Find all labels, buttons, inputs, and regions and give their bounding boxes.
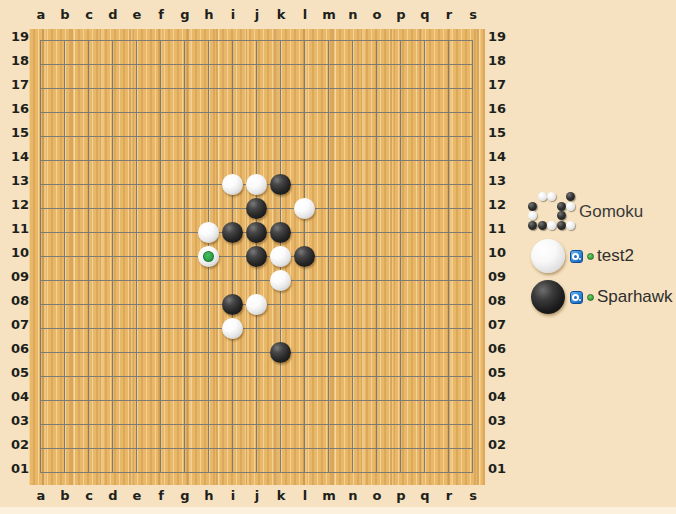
intersection-q4[interactable] [413, 389, 437, 413]
intersection-o12[interactable] [365, 197, 389, 221]
intersection-p18[interactable] [389, 53, 413, 77]
intersection-b7[interactable] [53, 317, 77, 341]
intersection-e5[interactable] [125, 365, 149, 389]
intersection-o1[interactable] [365, 461, 389, 485]
intersection-r14[interactable] [437, 149, 461, 173]
intersection-a17[interactable] [29, 77, 53, 101]
intersection-i6[interactable] [221, 341, 245, 365]
intersection-q16[interactable] [413, 101, 437, 125]
intersection-h15[interactable] [197, 125, 221, 149]
intersection-d10[interactable] [101, 245, 125, 269]
intersection-n11[interactable] [341, 221, 365, 245]
intersection-j17[interactable] [245, 77, 269, 101]
intersection-o18[interactable] [365, 53, 389, 77]
intersection-i10[interactable] [221, 245, 245, 269]
intersection-i9[interactable] [221, 269, 245, 293]
intersection-o13[interactable] [365, 173, 389, 197]
intersection-g10[interactable] [173, 245, 197, 269]
intersection-s13[interactable] [461, 173, 485, 197]
intersection-h13[interactable] [197, 173, 221, 197]
intersection-m1[interactable] [317, 461, 341, 485]
intersection-h5[interactable] [197, 365, 221, 389]
intersection-m8[interactable] [317, 293, 341, 317]
intersection-o17[interactable] [365, 77, 389, 101]
intersection-k13[interactable] [269, 173, 293, 197]
intersection-q19[interactable] [413, 29, 437, 53]
intersection-h11[interactable] [197, 221, 221, 245]
intersection-q6[interactable] [413, 341, 437, 365]
intersection-m19[interactable] [317, 29, 341, 53]
intersection-k1[interactable] [269, 461, 293, 485]
intersection-n13[interactable] [341, 173, 365, 197]
intersection-m2[interactable] [317, 437, 341, 461]
intersection-c16[interactable] [77, 101, 101, 125]
intersection-h6[interactable] [197, 341, 221, 365]
intersection-s2[interactable] [461, 437, 485, 461]
intersection-o6[interactable] [365, 341, 389, 365]
intersection-m9[interactable] [317, 269, 341, 293]
intersection-b14[interactable] [53, 149, 77, 173]
intersection-o14[interactable] [365, 149, 389, 173]
intersection-b6[interactable] [53, 341, 77, 365]
intersection-h16[interactable] [197, 101, 221, 125]
intersection-h17[interactable] [197, 77, 221, 101]
intersection-q14[interactable] [413, 149, 437, 173]
intersection-r19[interactable] [437, 29, 461, 53]
intersection-d12[interactable] [101, 197, 125, 221]
intersection-j19[interactable] [245, 29, 269, 53]
intersection-n17[interactable] [341, 77, 365, 101]
intersection-q5[interactable] [413, 365, 437, 389]
intersection-r8[interactable] [437, 293, 461, 317]
intersection-f12[interactable] [149, 197, 173, 221]
intersection-e7[interactable] [125, 317, 149, 341]
intersection-a8[interactable] [29, 293, 53, 317]
intersection-r7[interactable] [437, 317, 461, 341]
intersection-l16[interactable] [293, 101, 317, 125]
intersection-g8[interactable] [173, 293, 197, 317]
intersection-c7[interactable] [77, 317, 101, 341]
intersection-b17[interactable] [53, 77, 77, 101]
intersection-b12[interactable] [53, 197, 77, 221]
intersection-a19[interactable] [29, 29, 53, 53]
intersection-k16[interactable] [269, 101, 293, 125]
intersection-f17[interactable] [149, 77, 173, 101]
intersection-p5[interactable] [389, 365, 413, 389]
intersection-i5[interactable] [221, 365, 245, 389]
intersection-h4[interactable] [197, 389, 221, 413]
intersection-j14[interactable] [245, 149, 269, 173]
intersection-r2[interactable] [437, 437, 461, 461]
intersection-l9[interactable] [293, 269, 317, 293]
intersection-q12[interactable] [413, 197, 437, 221]
intersection-k6[interactable] [269, 341, 293, 365]
intersection-e12[interactable] [125, 197, 149, 221]
intersection-j16[interactable] [245, 101, 269, 125]
intersection-q3[interactable] [413, 413, 437, 437]
intersection-p10[interactable] [389, 245, 413, 269]
intersection-c8[interactable] [77, 293, 101, 317]
intersection-q18[interactable] [413, 53, 437, 77]
intersection-i7[interactable] [221, 317, 245, 341]
intersection-f6[interactable] [149, 341, 173, 365]
intersection-b10[interactable] [53, 245, 77, 269]
intersection-c18[interactable] [77, 53, 101, 77]
intersection-b15[interactable] [53, 125, 77, 149]
intersection-k8[interactable] [269, 293, 293, 317]
intersection-l18[interactable] [293, 53, 317, 77]
intersection-p2[interactable] [389, 437, 413, 461]
intersection-l14[interactable] [293, 149, 317, 173]
intersection-m5[interactable] [317, 365, 341, 389]
intersection-o11[interactable] [365, 221, 389, 245]
intersection-m4[interactable] [317, 389, 341, 413]
intersection-c3[interactable] [77, 413, 101, 437]
intersection-i2[interactable] [221, 437, 245, 461]
intersection-c5[interactable] [77, 365, 101, 389]
intersection-l1[interactable] [293, 461, 317, 485]
intersection-f1[interactable] [149, 461, 173, 485]
intersection-h2[interactable] [197, 437, 221, 461]
intersection-l8[interactable] [293, 293, 317, 317]
intersection-o19[interactable] [365, 29, 389, 53]
intersection-q2[interactable] [413, 437, 437, 461]
intersection-r12[interactable] [437, 197, 461, 221]
intersection-q8[interactable] [413, 293, 437, 317]
intersection-k3[interactable] [269, 413, 293, 437]
intersection-d15[interactable] [101, 125, 125, 149]
intersection-s14[interactable] [461, 149, 485, 173]
intersection-d14[interactable] [101, 149, 125, 173]
intersection-e17[interactable] [125, 77, 149, 101]
intersection-k17[interactable] [269, 77, 293, 101]
intersection-q10[interactable] [413, 245, 437, 269]
intersection-q7[interactable] [413, 317, 437, 341]
intersection-g13[interactable] [173, 173, 197, 197]
intersection-a6[interactable] [29, 341, 53, 365]
intersection-s10[interactable] [461, 245, 485, 269]
intersection-f16[interactable] [149, 101, 173, 125]
player-name[interactable]: test2 [597, 246, 634, 266]
intersection-f11[interactable] [149, 221, 173, 245]
intersection-k12[interactable] [269, 197, 293, 221]
intersection-j15[interactable] [245, 125, 269, 149]
intersection-e6[interactable] [125, 341, 149, 365]
intersection-m16[interactable] [317, 101, 341, 125]
intersection-d13[interactable] [101, 173, 125, 197]
intersection-c17[interactable] [77, 77, 101, 101]
intersection-d3[interactable] [101, 413, 125, 437]
intersection-b11[interactable] [53, 221, 77, 245]
intersection-g2[interactable] [173, 437, 197, 461]
intersection-m13[interactable] [317, 173, 341, 197]
intersection-j13[interactable] [245, 173, 269, 197]
intersection-k19[interactable] [269, 29, 293, 53]
intersection-g12[interactable] [173, 197, 197, 221]
intersection-s4[interactable] [461, 389, 485, 413]
intersection-e2[interactable] [125, 437, 149, 461]
intersection-r3[interactable] [437, 413, 461, 437]
intersection-g11[interactable] [173, 221, 197, 245]
intersection-n16[interactable] [341, 101, 365, 125]
intersection-c19[interactable] [77, 29, 101, 53]
intersection-f7[interactable] [149, 317, 173, 341]
intersection-f5[interactable] [149, 365, 173, 389]
intersection-b3[interactable] [53, 413, 77, 437]
intersection-l17[interactable] [293, 77, 317, 101]
intersection-i1[interactable] [221, 461, 245, 485]
intersection-k5[interactable] [269, 365, 293, 389]
intersection-h7[interactable] [197, 317, 221, 341]
intersection-r6[interactable] [437, 341, 461, 365]
intersection-e11[interactable] [125, 221, 149, 245]
intersection-b4[interactable] [53, 389, 77, 413]
intersection-j8[interactable] [245, 293, 269, 317]
intersection-o9[interactable] [365, 269, 389, 293]
intersection-g5[interactable] [173, 365, 197, 389]
intersection-c4[interactable] [77, 389, 101, 413]
intersection-p12[interactable] [389, 197, 413, 221]
intersection-s15[interactable] [461, 125, 485, 149]
intersection-d11[interactable] [101, 221, 125, 245]
intersection-e3[interactable] [125, 413, 149, 437]
intersection-d4[interactable] [101, 389, 125, 413]
intersection-o4[interactable] [365, 389, 389, 413]
intersection-c2[interactable] [77, 437, 101, 461]
intersection-k14[interactable] [269, 149, 293, 173]
intersection-f3[interactable] [149, 413, 173, 437]
intersection-d18[interactable] [101, 53, 125, 77]
intersection-e15[interactable] [125, 125, 149, 149]
intersection-s12[interactable] [461, 197, 485, 221]
intersection-s6[interactable] [461, 341, 485, 365]
intersection-o5[interactable] [365, 365, 389, 389]
intersection-d7[interactable] [101, 317, 125, 341]
intersection-g9[interactable] [173, 269, 197, 293]
intersection-g14[interactable] [173, 149, 197, 173]
intersection-b19[interactable] [53, 29, 77, 53]
intersection-c1[interactable] [77, 461, 101, 485]
intersection-k2[interactable] [269, 437, 293, 461]
intersection-q13[interactable] [413, 173, 437, 197]
intersection-p11[interactable] [389, 221, 413, 245]
intersection-a4[interactable] [29, 389, 53, 413]
intersection-n5[interactable] [341, 365, 365, 389]
intersection-e14[interactable] [125, 149, 149, 173]
intersection-m18[interactable] [317, 53, 341, 77]
intersection-g3[interactable] [173, 413, 197, 437]
intersection-o15[interactable] [365, 125, 389, 149]
intersection-e18[interactable] [125, 53, 149, 77]
intersection-m10[interactable] [317, 245, 341, 269]
intersection-a7[interactable] [29, 317, 53, 341]
intersection-l12[interactable] [293, 197, 317, 221]
intersection-j1[interactable] [245, 461, 269, 485]
intersection-n3[interactable] [341, 413, 365, 437]
intersection-d6[interactable] [101, 341, 125, 365]
intersection-e1[interactable] [125, 461, 149, 485]
intersection-c12[interactable] [77, 197, 101, 221]
intersection-b18[interactable] [53, 53, 77, 77]
intersection-s19[interactable] [461, 29, 485, 53]
intersection-c13[interactable] [77, 173, 101, 197]
intersection-a18[interactable] [29, 53, 53, 77]
intersection-s3[interactable] [461, 413, 485, 437]
intersection-r11[interactable] [437, 221, 461, 245]
intersection-j7[interactable] [245, 317, 269, 341]
intersection-m3[interactable] [317, 413, 341, 437]
intersection-q17[interactable] [413, 77, 437, 101]
intersection-i13[interactable] [221, 173, 245, 197]
intersection-f8[interactable] [149, 293, 173, 317]
intersection-h19[interactable] [197, 29, 221, 53]
intersection-j18[interactable] [245, 53, 269, 77]
intersection-n10[interactable] [341, 245, 365, 269]
intersection-g1[interactable] [173, 461, 197, 485]
intersection-n6[interactable] [341, 341, 365, 365]
intersection-c6[interactable] [77, 341, 101, 365]
intersection-f13[interactable] [149, 173, 173, 197]
intersection-k10[interactable] [269, 245, 293, 269]
intersection-c11[interactable] [77, 221, 101, 245]
intersection-d16[interactable] [101, 101, 125, 125]
intersection-r4[interactable] [437, 389, 461, 413]
intersection-b16[interactable] [53, 101, 77, 125]
intersection-j11[interactable] [245, 221, 269, 245]
intersection-p8[interactable] [389, 293, 413, 317]
intersection-a13[interactable] [29, 173, 53, 197]
intersection-l5[interactable] [293, 365, 317, 389]
intersection-f2[interactable] [149, 437, 173, 461]
intersection-g19[interactable] [173, 29, 197, 53]
intersection-f10[interactable] [149, 245, 173, 269]
intersection-q15[interactable] [413, 125, 437, 149]
intersection-a1[interactable] [29, 461, 53, 485]
intersection-e10[interactable] [125, 245, 149, 269]
intersection-j5[interactable] [245, 365, 269, 389]
intersection-r18[interactable] [437, 53, 461, 77]
intersection-o3[interactable] [365, 413, 389, 437]
intersection-p7[interactable] [389, 317, 413, 341]
intersection-b8[interactable] [53, 293, 77, 317]
intersection-l7[interactable] [293, 317, 317, 341]
intersection-f15[interactable] [149, 125, 173, 149]
intersection-i15[interactable] [221, 125, 245, 149]
intersection-h9[interactable] [197, 269, 221, 293]
intersection-j6[interactable] [245, 341, 269, 365]
intersection-j3[interactable] [245, 413, 269, 437]
intersection-p14[interactable] [389, 149, 413, 173]
intersection-s11[interactable] [461, 221, 485, 245]
intersection-g17[interactable] [173, 77, 197, 101]
intersection-o8[interactable] [365, 293, 389, 317]
intersection-h12[interactable] [197, 197, 221, 221]
intersection-s7[interactable] [461, 317, 485, 341]
intersection-l15[interactable] [293, 125, 317, 149]
intersection-n18[interactable] [341, 53, 365, 77]
intersection-g18[interactable] [173, 53, 197, 77]
intersection-g7[interactable] [173, 317, 197, 341]
intersection-p16[interactable] [389, 101, 413, 125]
intersection-f4[interactable] [149, 389, 173, 413]
intersection-a3[interactable] [29, 413, 53, 437]
intersection-i14[interactable] [221, 149, 245, 173]
intersection-s17[interactable] [461, 77, 485, 101]
intersection-s8[interactable] [461, 293, 485, 317]
intersection-q9[interactable] [413, 269, 437, 293]
intersection-r9[interactable] [437, 269, 461, 293]
intersection-p19[interactable] [389, 29, 413, 53]
intersection-p9[interactable] [389, 269, 413, 293]
intersection-k9[interactable] [269, 269, 293, 293]
intersection-e4[interactable] [125, 389, 149, 413]
intersection-l13[interactable] [293, 173, 317, 197]
intersection-g6[interactable] [173, 341, 197, 365]
intersection-l19[interactable] [293, 29, 317, 53]
intersection-a10[interactable] [29, 245, 53, 269]
intersection-e9[interactable] [125, 269, 149, 293]
intersection-p15[interactable] [389, 125, 413, 149]
intersection-n12[interactable] [341, 197, 365, 221]
intersection-n19[interactable] [341, 29, 365, 53]
intersection-i16[interactable] [221, 101, 245, 125]
intersection-o2[interactable] [365, 437, 389, 461]
intersection-b1[interactable] [53, 461, 77, 485]
intersection-j12[interactable] [245, 197, 269, 221]
intersection-f18[interactable] [149, 53, 173, 77]
intersection-f19[interactable] [149, 29, 173, 53]
intersection-g4[interactable] [173, 389, 197, 413]
intersection-o7[interactable] [365, 317, 389, 341]
intersection-k7[interactable] [269, 317, 293, 341]
intersection-a16[interactable] [29, 101, 53, 125]
player-name[interactable]: Sparhawk [597, 287, 673, 307]
intersection-m12[interactable] [317, 197, 341, 221]
intersection-s18[interactable] [461, 53, 485, 77]
intersection-d8[interactable] [101, 293, 125, 317]
intersection-i8[interactable] [221, 293, 245, 317]
intersection-n4[interactable] [341, 389, 365, 413]
intersection-r15[interactable] [437, 125, 461, 149]
intersection-r5[interactable] [437, 365, 461, 389]
intersection-k15[interactable] [269, 125, 293, 149]
intersection-n15[interactable] [341, 125, 365, 149]
intersection-o10[interactable] [365, 245, 389, 269]
intersection-j2[interactable] [245, 437, 269, 461]
intersection-l10[interactable] [293, 245, 317, 269]
intersection-h8[interactable] [197, 293, 221, 317]
intersection-c14[interactable] [77, 149, 101, 173]
intersection-a11[interactable] [29, 221, 53, 245]
intersection-e16[interactable] [125, 101, 149, 125]
intersection-l3[interactable] [293, 413, 317, 437]
intersection-i4[interactable] [221, 389, 245, 413]
intersection-s5[interactable] [461, 365, 485, 389]
intersection-s1[interactable] [461, 461, 485, 485]
intersection-c15[interactable] [77, 125, 101, 149]
intersection-k18[interactable] [269, 53, 293, 77]
intersection-m17[interactable] [317, 77, 341, 101]
intersection-a9[interactable] [29, 269, 53, 293]
intersection-j4[interactable] [245, 389, 269, 413]
intersection-i12[interactable] [221, 197, 245, 221]
intersection-h3[interactable] [197, 413, 221, 437]
intersection-l11[interactable] [293, 221, 317, 245]
intersection-k11[interactable] [269, 221, 293, 245]
intersection-b9[interactable] [53, 269, 77, 293]
player-info-icon[interactable] [570, 291, 583, 304]
intersection-l6[interactable] [293, 341, 317, 365]
